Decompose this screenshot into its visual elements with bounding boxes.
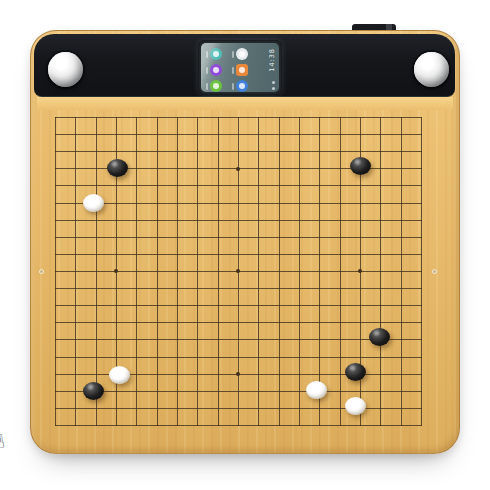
screenshot-stage: 14:38 ☝	[0, 0, 490, 490]
app-icon-grid	[210, 48, 248, 92]
teal-app-icon[interactable]	[210, 48, 222, 60]
white-stone	[109, 366, 130, 384]
white-app-icon[interactable]	[236, 48, 248, 60]
stone-layer	[45, 108, 431, 433]
black-stone	[369, 328, 390, 346]
orange-app-icon[interactable]	[236, 64, 248, 76]
device-screen[interactable]: 14:38	[198, 40, 282, 95]
top-panel: 14:38	[34, 34, 455, 97]
blue-app-icon[interactable]	[236, 80, 248, 92]
right-edge-dot	[432, 269, 437, 274]
black-stone	[350, 157, 371, 175]
white-stone	[83, 194, 104, 212]
left-edge-dot	[39, 269, 44, 274]
black-stone	[345, 363, 366, 381]
screen-face: 14:38	[201, 43, 279, 92]
go-board: 14:38	[30, 30, 460, 454]
left-knob-button[interactable]	[48, 52, 83, 87]
black-stone	[107, 159, 128, 177]
black-stone	[83, 382, 104, 400]
green-app-icon[interactable]	[210, 80, 222, 92]
white-stone	[306, 381, 327, 399]
purple-app-icon[interactable]	[210, 64, 222, 76]
status-dot-icon	[272, 87, 275, 90]
hand-cursor-icon: ☝	[0, 429, 6, 452]
screen-clock: 14:38	[269, 48, 276, 72]
white-stone	[345, 397, 366, 415]
status-dot-icon	[272, 81, 275, 84]
right-knob-button[interactable]	[414, 52, 449, 87]
